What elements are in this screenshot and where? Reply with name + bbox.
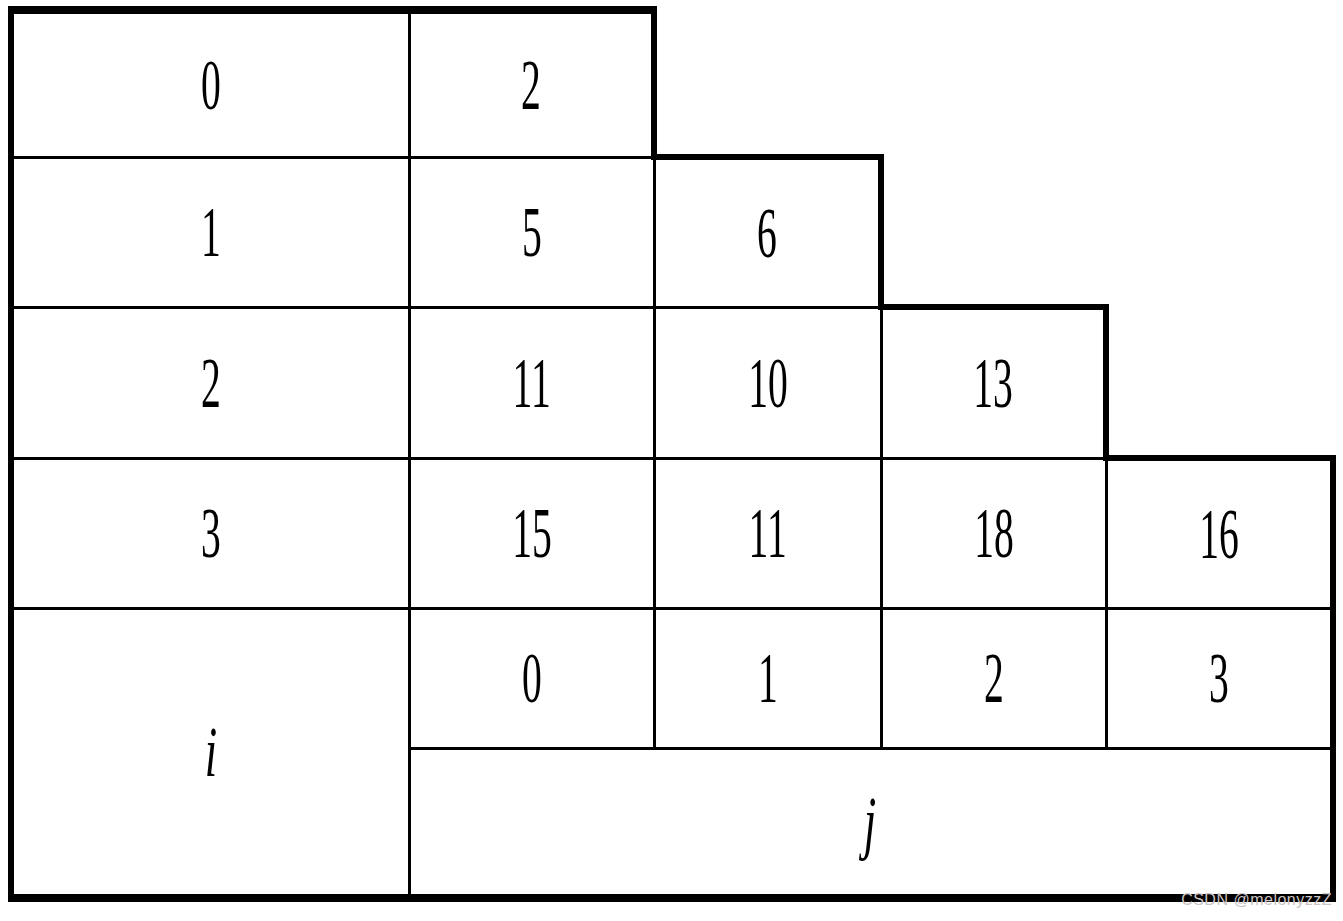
col-header-j1: 1 bbox=[654, 608, 881, 748]
empty-region bbox=[881, 157, 1106, 307]
col-header-text: 2 bbox=[984, 642, 1004, 714]
cell-value-text: 6 bbox=[757, 197, 777, 269]
col-header-j0: 0 bbox=[409, 608, 654, 748]
cell-i1-j1: 6 bbox=[654, 157, 881, 307]
cell-i2-j1: 10 bbox=[654, 307, 881, 458]
row-label-text: 1 bbox=[201, 196, 221, 268]
table-row: 2 11 10 13 bbox=[11, 307, 1333, 458]
cell-value-text: 16 bbox=[1199, 498, 1239, 570]
row-label-i2: 2 bbox=[11, 307, 409, 458]
cell-value-text: 18 bbox=[974, 497, 1014, 569]
dp-table: 0 2 1 5 6 2 11 10 13 3 15 11 18 16 bbox=[8, 6, 1336, 902]
cell-value-text: 15 bbox=[512, 497, 552, 569]
cell-value-text: 11 bbox=[748, 497, 786, 569]
cell-value-text: 10 bbox=[748, 347, 788, 419]
i-axis-label-text: i bbox=[205, 716, 217, 788]
cell-i3-j3: 16 bbox=[1106, 458, 1333, 608]
col-header-j3: 3 bbox=[1106, 608, 1333, 748]
table-row: 3 15 11 18 16 bbox=[11, 458, 1333, 608]
row-label-text: 2 bbox=[201, 347, 221, 419]
i-axis-label-cell: i bbox=[11, 608, 409, 898]
cell-i1-j0: 5 bbox=[409, 157, 654, 307]
cell-value-text: 13 bbox=[973, 347, 1013, 419]
empty-region bbox=[654, 10, 881, 157]
j-axis-label-cell: j bbox=[409, 748, 1333, 898]
row-label-i3: 3 bbox=[11, 458, 409, 608]
cell-value-text: 11 bbox=[512, 347, 550, 419]
col-header-text: 3 bbox=[1209, 642, 1229, 714]
col-header-text: 0 bbox=[522, 642, 542, 714]
row-label-i0: 0 bbox=[11, 10, 409, 157]
watermark: CSDN @melonyzzZ bbox=[1181, 891, 1332, 909]
empty-region bbox=[881, 10, 1106, 157]
cell-i3-j0: 15 bbox=[409, 458, 654, 608]
row-label-text: 3 bbox=[201, 497, 221, 569]
table-row: i 0 1 2 3 bbox=[11, 608, 1333, 748]
col-header-j2: 2 bbox=[881, 608, 1106, 748]
empty-region bbox=[1106, 307, 1333, 458]
cell-i2-j2: 13 bbox=[881, 307, 1106, 458]
empty-region bbox=[1106, 157, 1333, 307]
col-header-text: 1 bbox=[758, 642, 778, 714]
cell-value-text: 2 bbox=[521, 49, 541, 121]
row-label-text: 0 bbox=[201, 49, 221, 121]
cell-i2-j0: 11 bbox=[409, 307, 654, 458]
j-axis-label-text: j bbox=[864, 786, 876, 858]
cell-i3-j1: 11 bbox=[654, 458, 881, 608]
row-label-i1: 1 bbox=[11, 157, 409, 307]
table-row: 1 5 6 bbox=[11, 157, 1333, 307]
empty-region bbox=[1106, 10, 1333, 157]
table-row: 0 2 bbox=[11, 10, 1333, 157]
cell-i0-j0: 2 bbox=[409, 10, 654, 157]
cell-value-text: 5 bbox=[522, 196, 542, 268]
cell-i3-j2: 18 bbox=[881, 458, 1106, 608]
